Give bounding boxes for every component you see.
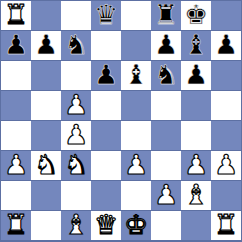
square-d1[interactable]: ♛ (91, 211, 121, 241)
square-g3[interactable]: ♟ (181, 151, 211, 181)
white-queen[interactable]: ♛ (94, 210, 118, 240)
black-pawn[interactable]: ♟ (214, 30, 238, 60)
white-pawn[interactable]: ♟ (64, 90, 88, 120)
square-c1[interactable]: ♝ (61, 211, 91, 241)
square-h8[interactable] (211, 1, 241, 31)
black-pawn[interactable]: ♟ (184, 60, 208, 90)
square-h6[interactable] (211, 61, 241, 91)
square-b8[interactable] (31, 1, 61, 31)
black-pawn[interactable]: ♟ (154, 30, 178, 60)
chess-board: ♜♛♜♚♟♟♞♟♝♟♟♝♞♟♟♟♟♞♞♟♟♟♟♝♜♝♛♚♜ (0, 0, 242, 242)
square-g4[interactable] (181, 121, 211, 151)
square-g1[interactable] (181, 211, 211, 241)
square-a6[interactable] (1, 61, 31, 91)
square-e1[interactable]: ♚ (121, 211, 151, 241)
square-b4[interactable] (31, 121, 61, 151)
square-f8[interactable]: ♜ (151, 1, 181, 31)
square-b5[interactable] (31, 91, 61, 121)
square-g2[interactable]: ♝ (181, 181, 211, 211)
square-c2[interactable] (61, 181, 91, 211)
square-e8[interactable] (121, 1, 151, 31)
square-h3[interactable]: ♟ (211, 151, 241, 181)
square-a5[interactable] (1, 91, 31, 121)
white-knight[interactable]: ♞ (64, 150, 88, 180)
square-d2[interactable] (91, 181, 121, 211)
square-d5[interactable] (91, 91, 121, 121)
square-a2[interactable] (1, 181, 31, 211)
square-h4[interactable] (211, 121, 241, 151)
square-b6[interactable] (31, 61, 61, 91)
white-bishop[interactable]: ♝ (64, 210, 88, 240)
black-queen[interactable]: ♛ (94, 0, 118, 30)
square-c3[interactable]: ♞ (61, 151, 91, 181)
black-pawn[interactable]: ♟ (94, 60, 118, 90)
square-e2[interactable] (121, 181, 151, 211)
square-h1[interactable]: ♜ (211, 211, 241, 241)
white-pawn[interactable]: ♟ (64, 120, 88, 150)
white-bishop[interactable]: ♝ (184, 180, 208, 210)
white-pawn[interactable]: ♟ (124, 150, 148, 180)
white-rook[interactable]: ♜ (4, 210, 28, 240)
square-b7[interactable]: ♟ (31, 31, 61, 61)
square-c8[interactable] (61, 1, 91, 31)
black-bishop[interactable]: ♝ (184, 30, 208, 60)
square-b1[interactable] (31, 211, 61, 241)
square-f4[interactable] (151, 121, 181, 151)
black-pawn[interactable]: ♟ (4, 30, 28, 60)
square-c4[interactable]: ♟ (61, 121, 91, 151)
square-g7[interactable]: ♝ (181, 31, 211, 61)
square-d8[interactable]: ♛ (91, 1, 121, 31)
square-e6[interactable]: ♝ (121, 61, 151, 91)
square-a1[interactable]: ♜ (1, 211, 31, 241)
square-b2[interactable] (31, 181, 61, 211)
square-e5[interactable] (121, 91, 151, 121)
square-g5[interactable] (181, 91, 211, 121)
square-f5[interactable] (151, 91, 181, 121)
square-h7[interactable]: ♟ (211, 31, 241, 61)
square-f7[interactable]: ♟ (151, 31, 181, 61)
square-a8[interactable]: ♜ (1, 1, 31, 31)
square-c7[interactable]: ♞ (61, 31, 91, 61)
square-a7[interactable]: ♟ (1, 31, 31, 61)
square-f1[interactable] (151, 211, 181, 241)
square-d4[interactable] (91, 121, 121, 151)
square-c6[interactable] (61, 61, 91, 91)
square-g6[interactable]: ♟ (181, 61, 211, 91)
white-pawn[interactable]: ♟ (154, 180, 178, 210)
black-knight[interactable]: ♞ (154, 60, 178, 90)
square-h2[interactable] (211, 181, 241, 211)
square-g8[interactable]: ♚ (181, 1, 211, 31)
square-a4[interactable] (1, 121, 31, 151)
white-king[interactable]: ♚ (124, 210, 148, 240)
square-h5[interactable] (211, 91, 241, 121)
white-pawn[interactable]: ♟ (4, 150, 28, 180)
square-b3[interactable]: ♞ (31, 151, 61, 181)
square-f2[interactable]: ♟ (151, 181, 181, 211)
square-f6[interactable]: ♞ (151, 61, 181, 91)
white-rook[interactable]: ♜ (4, 0, 28, 30)
square-f3[interactable] (151, 151, 181, 181)
square-d3[interactable] (91, 151, 121, 181)
square-e4[interactable] (121, 121, 151, 151)
square-e7[interactable] (121, 31, 151, 61)
square-d6[interactable]: ♟ (91, 61, 121, 91)
white-pawn[interactable]: ♟ (184, 150, 208, 180)
square-e3[interactable]: ♟ (121, 151, 151, 181)
black-rook[interactable]: ♜ (154, 0, 178, 30)
white-rook[interactable]: ♜ (214, 210, 238, 240)
black-king[interactable]: ♚ (184, 0, 208, 30)
square-d7[interactable] (91, 31, 121, 61)
black-bishop[interactable]: ♝ (124, 60, 148, 90)
black-knight[interactable]: ♞ (64, 30, 88, 60)
square-a3[interactable]: ♟ (1, 151, 31, 181)
white-pawn[interactable]: ♟ (214, 150, 238, 180)
white-knight[interactable]: ♞ (34, 150, 58, 180)
black-pawn[interactable]: ♟ (34, 30, 58, 60)
square-c5[interactable]: ♟ (61, 91, 91, 121)
